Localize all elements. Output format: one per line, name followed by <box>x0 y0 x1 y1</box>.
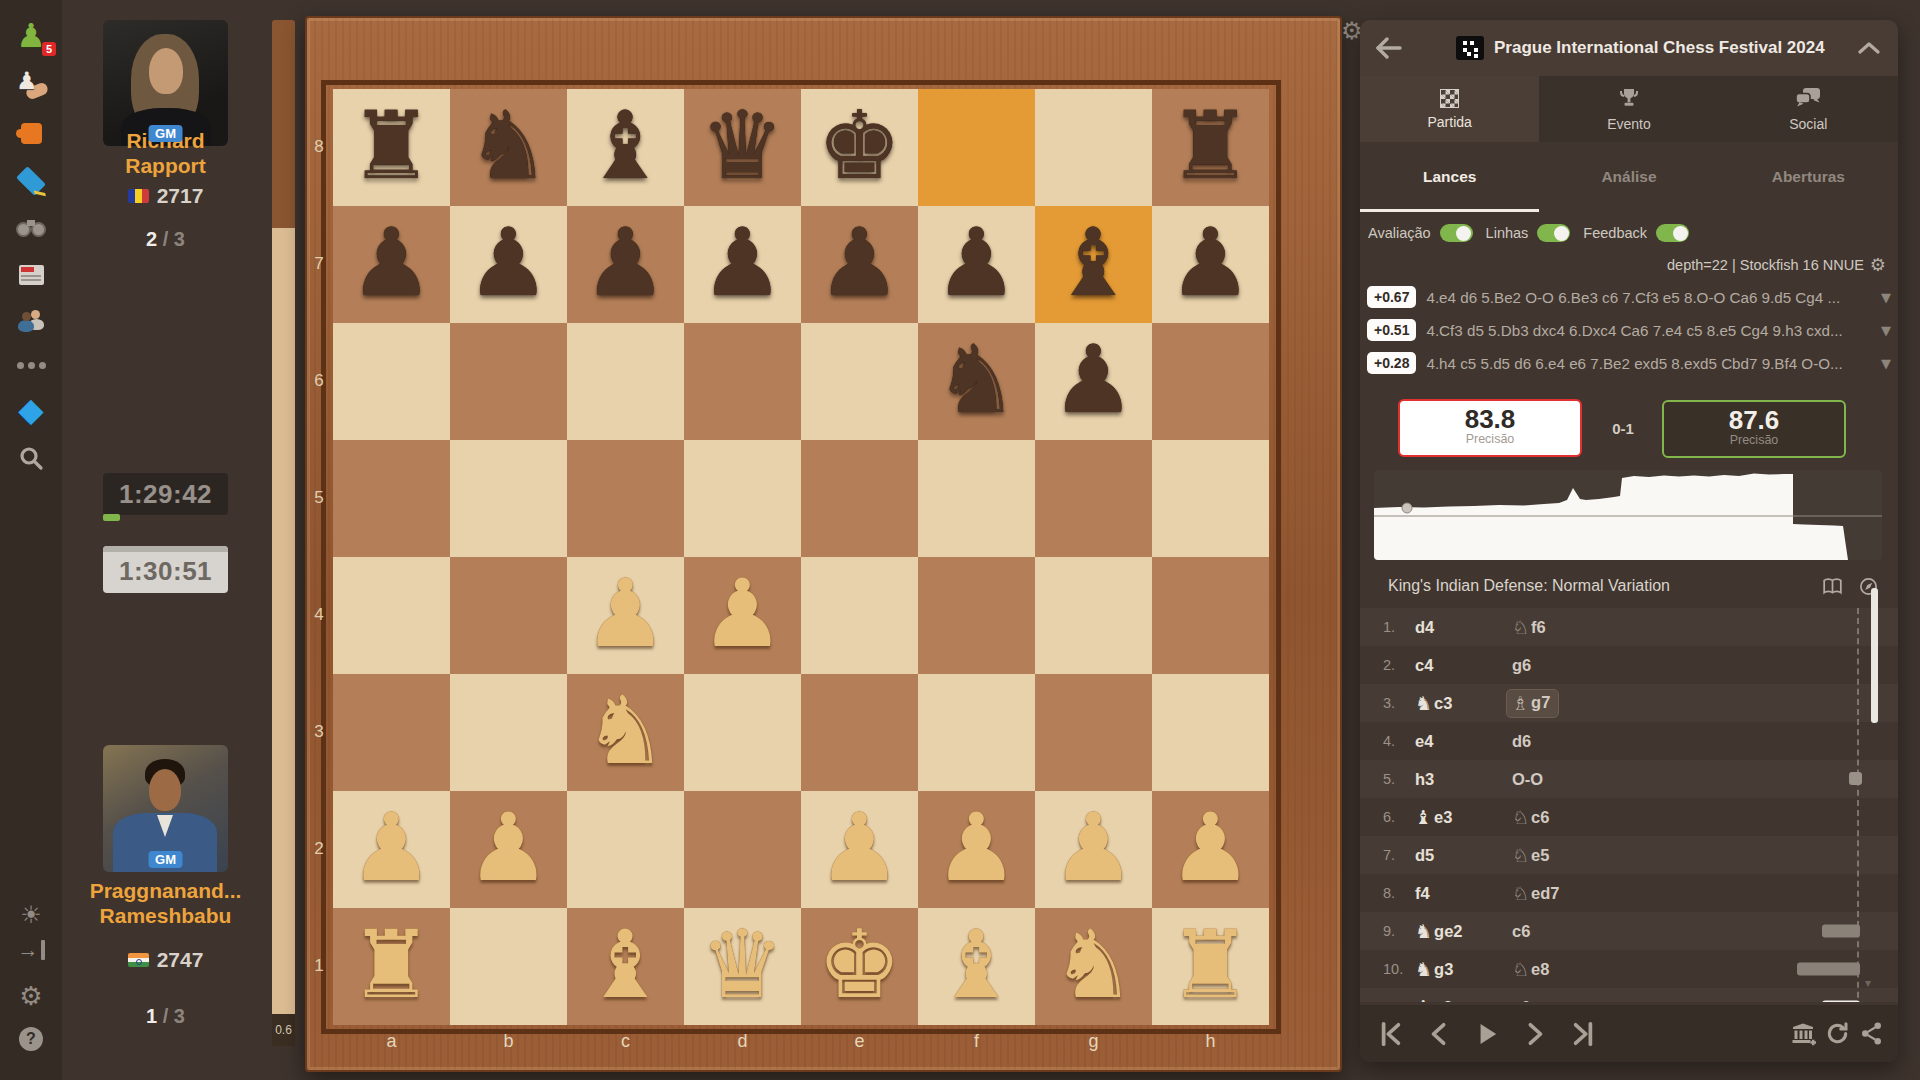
subtab-analise[interactable]: Análise <box>1539 142 1718 212</box>
square-e3[interactable] <box>801 674 918 791</box>
white-pawn-d4: ♟ <box>684 557 801 671</box>
game-result: 0-1 <box>1588 420 1658 437</box>
white-move-c3[interactable]: ♞c3 <box>1415 692 1512 714</box>
rank-label-3: 3 <box>305 722 333 742</box>
black-pawn-g6: ♟ <box>1035 323 1152 437</box>
file-label-c: c <box>567 1031 684 1052</box>
move-number: 8. <box>1360 885 1415 901</box>
back-button[interactable] <box>1376 37 1402 59</box>
white-rook-h1: ♜ <box>1152 908 1269 1022</box>
engine-moves: 4.e4 d6 5.Be2 O-O 6.Be3 c6 7.Cf3 e5 8.O-… <box>1426 289 1875 306</box>
white-bishop-f1: ♝ <box>918 908 1035 1022</box>
event-title: Prague International Chess Festival 2024 <box>1494 38 1825 58</box>
square-b1[interactable] <box>450 908 567 1025</box>
move-row-2: 2.c4g6 <box>1360 646 1898 684</box>
square-f6[interactable]: ♞ <box>918 323 1035 440</box>
learn-icon[interactable] <box>14 164 48 198</box>
file-label-g: g <box>1035 1031 1152 1052</box>
black-move-c6[interactable]: ♘c6 <box>1512 806 1609 828</box>
rank-label-8: 8 <box>305 137 333 157</box>
square-b3[interactable] <box>450 674 567 791</box>
watch-icon[interactable] <box>14 212 48 246</box>
square-c8[interactable]: ♝ <box>567 89 684 206</box>
black-move-g6[interactable]: g6 <box>1512 656 1609 675</box>
white-bishop-c1: ♝ <box>567 908 684 1022</box>
square-d6[interactable] <box>684 323 801 440</box>
move-list: 1.d4♘f62.c4g63.♞c3♗g74.e4d65.h3O-O6.♝e3♘… <box>1360 608 1898 1002</box>
square-a7[interactable]: ♟ <box>333 206 450 323</box>
rank-label-4: 4 <box>305 605 333 625</box>
opening-book-icon[interactable] <box>1822 577 1843 596</box>
puzzles-icon[interactable] <box>14 116 48 150</box>
file-label-a: a <box>333 1031 450 1052</box>
previous-move-button[interactable] <box>1422 1022 1456 1046</box>
square-d2[interactable] <box>684 791 801 908</box>
black-king-e8: ♚ <box>801 89 918 203</box>
toggle-linhas[interactable] <box>1537 224 1570 242</box>
panel-scrollbar[interactable] <box>1871 588 1878 723</box>
scroll-down-caret-icon: ▾ <box>1865 976 1871 990</box>
skip-to-end-button[interactable] <box>1566 1022 1600 1046</box>
theme-icon[interactable]: ☀ <box>14 898 48 932</box>
square-c5[interactable] <box>567 440 684 557</box>
figurine-icon: ♞ <box>1415 958 1432 980</box>
move-row-5: 5.h3O-O <box>1360 760 1898 798</box>
square-b6[interactable] <box>450 323 567 440</box>
black-pawn-a7: ♟ <box>333 206 450 320</box>
move-time-bar <box>1822 1001 1860 1003</box>
white-knight-g1: ♞ <box>1035 908 1152 1022</box>
figurine-icon: ♞ <box>1415 920 1432 942</box>
black-move-e5[interactable]: ♘e5 <box>1512 844 1609 866</box>
white-pawn-h2: ♟ <box>1152 791 1269 905</box>
current-move-marker <box>1402 503 1412 513</box>
black-move-g7[interactable]: ♗g7 <box>1512 689 1609 718</box>
clock-black: 1:29:42 <box>103 473 228 515</box>
move-number: 4. <box>1360 733 1415 749</box>
move-number: 11. <box>1360 999 1415 1002</box>
square-g1[interactable]: ♞ <box>1035 908 1152 1025</box>
move-row-3: 3.♞c3♗g7 <box>1360 684 1898 722</box>
romania-flag-icon <box>128 189 149 203</box>
white-move-d5[interactable]: d5 <box>1415 846 1512 865</box>
notification-badge: 5 <box>42 42 56 56</box>
current-move-highlight: ♗g7 <box>1506 689 1559 718</box>
search-icon[interactable] <box>14 441 48 475</box>
white-move-e3[interactable]: ♝e3 <box>1415 806 1512 828</box>
player-photo-bottom[interactable]: GM <box>103 745 228 872</box>
play-button[interactable] <box>1470 1022 1504 1046</box>
white-move-e2[interactable]: ♝e2 <box>1415 996 1512 1002</box>
file-label-b: b <box>450 1031 567 1052</box>
chess-board[interactable]: ♜♞♝♛♚♜♟♟♟♟♟♟♝♟♞♟♟♟♞♟♟♟♟♟♟♜♝♛♚♝♞♜ <box>333 89 1269 1025</box>
square-c6[interactable] <box>567 323 684 440</box>
square-g2[interactable]: ♟ <box>1035 791 1152 908</box>
black-move-O-O[interactable]: O-O <box>1512 770 1609 789</box>
black-pawn-f7: ♟ <box>918 206 1035 320</box>
move-number: 10. <box>1360 961 1415 977</box>
arena-button[interactable] <box>1786 1021 1820 1047</box>
square-c4[interactable]: ♟ <box>567 557 684 674</box>
black-move-f6[interactable]: ♘f6 <box>1512 616 1609 638</box>
help-icon[interactable]: ? <box>14 1022 48 1056</box>
white-knight-c3: ♞ <box>567 674 684 788</box>
white-rook-a1: ♜ <box>333 908 450 1022</box>
black-rook-h8: ♜ <box>1152 89 1269 203</box>
chat-icon <box>1795 86 1821 110</box>
square-e1[interactable]: ♚ <box>801 908 918 1025</box>
figurine-icon: ♘ <box>1512 844 1529 866</box>
white-pawn-b2: ♟ <box>450 791 567 905</box>
white-move-e4[interactable]: e4 <box>1415 732 1512 751</box>
square-a4[interactable] <box>333 557 450 674</box>
square-a3[interactable] <box>333 674 450 791</box>
white-pawn-g2: ♟ <box>1035 791 1152 905</box>
main-tabs: Partida Evento Social <box>1360 76 1898 142</box>
white-move-d4[interactable]: d4 <box>1415 618 1512 637</box>
square-h5[interactable] <box>1152 440 1269 557</box>
black-bishop-g7: ♝ <box>1035 206 1152 320</box>
move-row-9: 9.♞ge2c6 <box>1360 912 1898 950</box>
opening-name: King's Indian Defense: Normal Variation <box>1388 577 1806 595</box>
square-a8[interactable]: ♜ <box>333 89 450 206</box>
square-f8[interactable] <box>918 89 1035 206</box>
white-queen-d1: ♛ <box>684 908 801 1022</box>
square-e4[interactable] <box>801 557 918 674</box>
square-a2[interactable]: ♟ <box>333 791 450 908</box>
accuracy-white: 83.8 Precisão <box>1398 399 1582 457</box>
playback-controls <box>1360 1005 1898 1062</box>
square-b4[interactable] <box>450 557 567 674</box>
square-g6[interactable]: ♟ <box>1035 323 1152 440</box>
square-b2[interactable]: ♟ <box>450 791 567 908</box>
black-pawn-d7: ♟ <box>684 206 801 320</box>
event-logo <box>1456 36 1484 60</box>
square-e8[interactable]: ♚ <box>801 89 918 206</box>
tab-partida[interactable]: Partida <box>1360 76 1539 142</box>
square-e7[interactable]: ♟ <box>801 206 918 323</box>
expand-caret-icon[interactable]: ▼ <box>1881 290 1891 305</box>
more-icon[interactable] <box>14 347 48 381</box>
black-rook-a8: ♜ <box>333 89 450 203</box>
white-move-g3[interactable]: ♞g3 <box>1415 958 1512 980</box>
engine-lines: +0.674.e4 d6 5.Be2 O-O 6.Be3 c6 7.Cf3 e5… <box>1367 282 1891 381</box>
square-b8[interactable]: ♞ <box>450 89 567 206</box>
expand-caret-icon[interactable]: ▼ <box>1881 356 1891 371</box>
engine-line-1[interactable]: +0.674.e4 d6 5.Be2 O-O 6.Be3 c6 7.Cf3 e5… <box>1367 282 1891 312</box>
social-icon[interactable] <box>14 304 48 338</box>
square-g8[interactable] <box>1035 89 1152 206</box>
engine-eval: +0.28 <box>1367 352 1416 374</box>
player-rating-bottom: 2747 <box>68 948 263 972</box>
square-d1[interactable]: ♛ <box>684 908 801 1025</box>
figurine-icon: ♘ <box>1512 882 1529 904</box>
square-g3[interactable] <box>1035 674 1152 791</box>
square-d4[interactable]: ♟ <box>684 557 801 674</box>
rank-label-1: 1 <box>305 956 333 976</box>
black-pawn-c7: ♟ <box>567 206 684 320</box>
square-e6[interactable] <box>801 323 918 440</box>
scroll-indicator[interactable] <box>1849 772 1862 785</box>
black-queen-d8: ♛ <box>684 89 801 203</box>
evaluation-bar: 0.6 <box>272 20 295 1046</box>
square-c3[interactable]: ♞ <box>567 674 684 791</box>
square-h6[interactable] <box>1152 323 1269 440</box>
square-h3[interactable] <box>1152 674 1269 791</box>
move-number: 2. <box>1360 657 1415 673</box>
figurine-icon: ♝ <box>1415 806 1432 828</box>
engine-status: depth=22 | Stockfish 16 NNUE ⚙ <box>1667 254 1886 275</box>
white-pawn-f2: ♟ <box>918 791 1035 905</box>
news-icon[interactable] <box>14 258 48 292</box>
file-label-f: f <box>918 1031 1035 1052</box>
next-move-button[interactable] <box>1518 1022 1552 1046</box>
opening-row: King's Indian Defense: Normal Variation <box>1388 571 1878 601</box>
premium-diamond-icon[interactable]: ◆ <box>14 392 48 426</box>
player-name-bottom[interactable]: Praggnanand... Rameshbabu <box>68 878 263 928</box>
play-icon[interactable]: ♟ 5 <box>14 18 48 52</box>
collapse-icon[interactable]: → <box>14 933 48 967</box>
square-f4[interactable] <box>918 557 1035 674</box>
square-a1[interactable]: ♜ <box>333 908 450 1025</box>
board-icon <box>1440 89 1459 108</box>
rank-label-2: 2 <box>305 839 333 859</box>
engine-settings-gear-icon[interactable]: ⚙ <box>1870 254 1886 275</box>
square-d3[interactable] <box>684 674 801 791</box>
toggle-feedback[interactable] <box>1656 224 1689 242</box>
tab-evento[interactable]: Evento <box>1539 76 1718 142</box>
evalbar-value: 0.6 <box>272 1014 295 1046</box>
black-pawn-h7: ♟ <box>1152 206 1269 320</box>
player-score-bottom: 1 / 3 <box>68 1005 263 1028</box>
square-h2[interactable]: ♟ <box>1152 791 1269 908</box>
toggle-avaliacao[interactable] <box>1440 224 1473 242</box>
gm-badge: GM <box>148 851 183 868</box>
black-knight-f6: ♞ <box>918 323 1035 437</box>
square-h8[interactable]: ♜ <box>1152 89 1269 206</box>
rank-label-7: 7 <box>305 254 333 274</box>
figurine-icon: ♞ <box>1415 692 1432 714</box>
square-c7[interactable]: ♟ <box>567 206 684 323</box>
gm-badge: GM <box>148 125 183 142</box>
move-row-4: 4.e4d6 <box>1360 722 1898 760</box>
square-f1[interactable]: ♝ <box>918 908 1035 1025</box>
rank-label-6: 6 <box>305 371 333 391</box>
black-move-ed7[interactable]: ♘ed7 <box>1512 882 1609 904</box>
figurine-icon: ♘ <box>1512 806 1529 828</box>
evalbar-black-share <box>272 20 295 228</box>
square-c1[interactable]: ♝ <box>567 908 684 1025</box>
evalbar-white-share <box>272 228 295 1014</box>
move-time-bar <box>1797 963 1860 976</box>
white-pawn-a2: ♟ <box>333 791 450 905</box>
square-h4[interactable] <box>1152 557 1269 674</box>
player-score-top: 2 / 3 <box>68 228 263 251</box>
flip-refresh-button[interactable] <box>1820 1021 1854 1046</box>
app-sidebar: ♟ 5 ♟ ◆ ☀ → ⚙ ? <box>0 0 62 1080</box>
file-label-d: d <box>684 1031 801 1052</box>
expand-caret-icon[interactable]: ▼ <box>1881 323 1891 338</box>
subtab-aberturas[interactable]: Aberturas <box>1719 142 1898 212</box>
india-flag-icon <box>128 953 149 967</box>
square-d7[interactable]: ♟ <box>684 206 801 323</box>
move-row-1: 1.d4♘f6 <box>1360 608 1898 646</box>
square-a5[interactable] <box>333 440 450 557</box>
square-d5[interactable] <box>684 440 801 557</box>
game-panel: Prague International Chess Festival 2024… <box>1360 20 1898 1062</box>
square-g4[interactable] <box>1035 557 1152 674</box>
square-g5[interactable] <box>1035 440 1152 557</box>
figurine-icon: ♗ <box>1512 692 1529 714</box>
file-label-e: e <box>801 1031 918 1052</box>
accuracy-black: 87.6 Precisão <box>1662 400 1846 458</box>
move-time-bar <box>1822 925 1860 938</box>
black-pawn-b7: ♟ <box>450 206 567 320</box>
move-number: 6. <box>1360 809 1415 825</box>
move-row-7: 7.d5♘e5 <box>1360 836 1898 874</box>
move-row-8: 8.f4♘ed7 <box>1360 874 1898 912</box>
square-h1[interactable]: ♜ <box>1152 908 1269 1025</box>
engine-eval: +0.67 <box>1367 286 1416 308</box>
white-pawn-c4: ♟ <box>567 557 684 671</box>
black-move-d6[interactable]: d6 <box>1512 732 1609 751</box>
square-f3[interactable] <box>918 674 1035 791</box>
engine-eval: +0.51 <box>1367 319 1416 341</box>
square-c2[interactable] <box>567 791 684 908</box>
play-computer-icon[interactable]: ♟ <box>14 67 48 101</box>
engine-line-2[interactable]: +0.514.Cf3 d5 5.Db3 dxc4 6.Dxc4 Ca6 7.e4… <box>1367 315 1891 345</box>
trophy-icon <box>1617 86 1641 110</box>
clock-white: 1:30:51 <box>103 546 228 593</box>
collapse-panel-button[interactable] <box>1858 42 1880 54</box>
square-g7[interactable]: ♝ <box>1035 206 1152 323</box>
square-f5[interactable] <box>918 440 1035 557</box>
player-rating-top: 2717 <box>68 184 263 208</box>
square-b5[interactable] <box>450 440 567 557</box>
square-b7[interactable]: ♟ <box>450 206 567 323</box>
move-number: 9. <box>1360 923 1415 939</box>
figurine-icon: ♘ <box>1512 616 1529 638</box>
square-a6[interactable] <box>333 323 450 440</box>
skip-to-start-button[interactable] <box>1374 1022 1408 1046</box>
white-king-e1: ♚ <box>801 908 918 1022</box>
figurine-icon: ♝ <box>1415 996 1432 1002</box>
engine-moves: 4.Cf3 d5 5.Db3 dxc4 6.Dxc4 Ca6 7.e4 c5 8… <box>1426 322 1875 339</box>
move-number: 3. <box>1360 695 1415 711</box>
analysis-toggles: Avaliação Linhas Feedback <box>1368 224 1890 242</box>
figurine-icon: ♘ <box>1512 958 1529 980</box>
move-number: 1. <box>1360 619 1415 635</box>
square-h7[interactable]: ♟ <box>1152 206 1269 323</box>
square-e5[interactable] <box>801 440 918 557</box>
evaluation-graph[interactable] <box>1374 470 1882 560</box>
rank-label-5: 5 <box>305 488 333 508</box>
settings-icon[interactable]: ⚙ <box>14 979 48 1013</box>
white-move-ge2[interactable]: ♞ge2 <box>1415 920 1512 942</box>
black-bishop-c8: ♝ <box>567 89 684 203</box>
share-button[interactable] <box>1854 1021 1888 1046</box>
engine-line-3[interactable]: +0.284.h4 c5 5.d5 d6 6.e4 e6 7.Be2 exd5 … <box>1367 348 1891 378</box>
move-row-6: 6.♝e3♘c6 <box>1360 798 1898 836</box>
white-pawn-e2: ♟ <box>801 791 918 905</box>
square-e2[interactable]: ♟ <box>801 791 918 908</box>
white-move-f4[interactable]: f4 <box>1415 884 1512 903</box>
panel-header: Prague International Chess Festival 2024 <box>1360 20 1898 76</box>
black-move-e8[interactable]: ♘e8 <box>1512 958 1609 980</box>
square-d8[interactable]: ♛ <box>684 89 801 206</box>
black-pawn-e7: ♟ <box>801 206 918 320</box>
move-number: 7. <box>1360 847 1415 863</box>
engine-moves: 4.h4 c5 5.d5 d6 6.e4 e6 7.Be2 exd5 8.exd… <box>1426 355 1875 372</box>
black-knight-b8: ♞ <box>450 89 567 203</box>
move-row-11: 11.♝e2e6 <box>1360 988 1898 1002</box>
move-row-10: 10.♞g3♘e8 <box>1360 950 1898 988</box>
white-move-c4[interactable]: c4 <box>1415 656 1512 675</box>
square-f2[interactable]: ♟ <box>918 791 1035 908</box>
tab-social[interactable]: Social <box>1719 76 1898 142</box>
square-f7[interactable]: ♟ <box>918 206 1035 323</box>
black-move-e6[interactable]: e6 <box>1512 998 1609 1003</box>
file-label-h: h <box>1152 1031 1269 1052</box>
move-number: 5. <box>1360 771 1415 787</box>
sub-tabs: Lances Análise Aberturas <box>1360 142 1898 212</box>
white-move-h3[interactable]: h3 <box>1415 770 1512 789</box>
increment-chip <box>103 514 120 521</box>
black-move-c6[interactable]: c6 <box>1512 922 1609 941</box>
subtab-lances[interactable]: Lances <box>1360 142 1539 212</box>
